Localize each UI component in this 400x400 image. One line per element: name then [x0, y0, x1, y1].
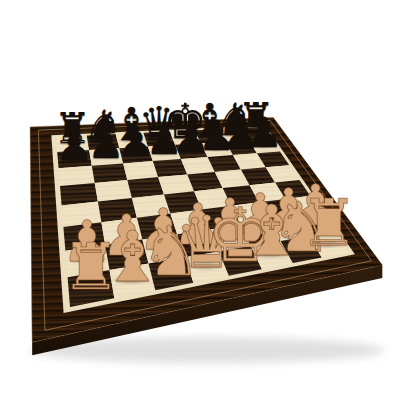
chess-set-photo: ♜♞♝♛♚♝♞♜♟♟♟♟♟♟♟♟♟♟♟♟♟♟♟♟♜♝♞♛♚♝♞♜: [0, 0, 400, 400]
square-c5[interactable]: [127, 177, 164, 198]
piece-white-rook[interactable]: ♜: [300, 191, 358, 256]
piece-black-pawn[interactable]: ♟: [246, 112, 284, 154]
square-a5[interactable]: [60, 183, 98, 206]
square-b5[interactable]: [95, 180, 132, 202]
